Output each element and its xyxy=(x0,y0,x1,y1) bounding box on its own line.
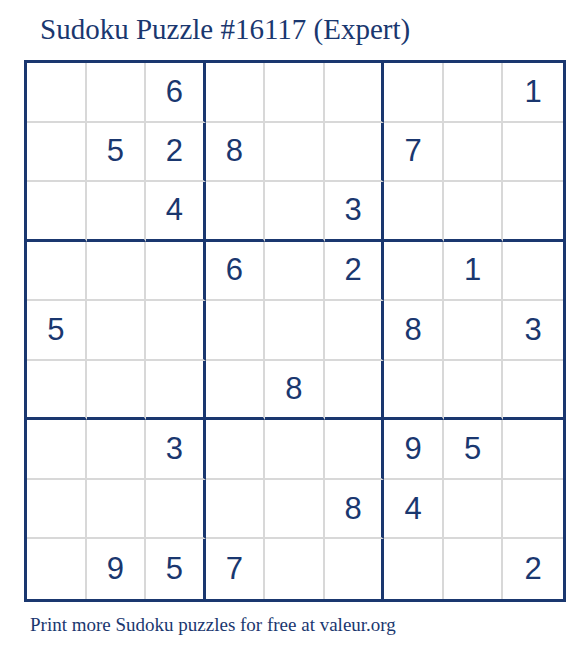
cell-r7c2 xyxy=(87,420,147,480)
cell-r8c7: 4 xyxy=(384,480,444,540)
cell-r9c3: 5 xyxy=(146,539,206,599)
cell-r7c8: 5 xyxy=(444,420,504,480)
cell-r1c2 xyxy=(87,63,147,123)
cell-r2c3: 2 xyxy=(146,123,206,183)
page-title: Sudoku Puzzle #16117 (Expert) xyxy=(40,13,410,46)
cell-r1c8 xyxy=(444,63,504,123)
cell-r4c7 xyxy=(384,242,444,302)
cell-r1c7 xyxy=(384,63,444,123)
cell-r9c7 xyxy=(384,539,444,599)
cell-r8c9 xyxy=(503,480,563,540)
cell-r1c3: 6 xyxy=(146,63,206,123)
cell-r5c9: 3 xyxy=(503,301,563,361)
cell-r8c3 xyxy=(146,480,206,540)
cell-r4c2 xyxy=(87,242,147,302)
cell-r3c8 xyxy=(444,182,504,242)
cell-r9c8 xyxy=(444,539,504,599)
cell-r1c5 xyxy=(265,63,325,123)
cell-r8c2 xyxy=(87,480,147,540)
cell-r3c2 xyxy=(87,182,147,242)
cell-r8c4 xyxy=(206,480,266,540)
cell-r5c8 xyxy=(444,301,504,361)
cell-r1c9: 1 xyxy=(503,63,563,123)
cell-r5c5 xyxy=(265,301,325,361)
cell-r8c8 xyxy=(444,480,504,540)
cell-r9c6 xyxy=(325,539,385,599)
cell-r9c9: 2 xyxy=(503,539,563,599)
cell-r5c6 xyxy=(325,301,385,361)
cell-r9c2: 9 xyxy=(87,539,147,599)
cell-r3c9 xyxy=(503,182,563,242)
cell-r5c4 xyxy=(206,301,266,361)
cell-r6c1 xyxy=(27,361,87,421)
cell-r6c8 xyxy=(444,361,504,421)
cell-r3c4 xyxy=(206,182,266,242)
cell-r9c5 xyxy=(265,539,325,599)
cell-r2c5 xyxy=(265,123,325,183)
cell-r7c1 xyxy=(27,420,87,480)
cell-r6c3 xyxy=(146,361,206,421)
cell-r6c4 xyxy=(206,361,266,421)
cell-r5c1: 5 xyxy=(27,301,87,361)
cell-r6c6 xyxy=(325,361,385,421)
cell-r4c6: 2 xyxy=(325,242,385,302)
cell-r2c4: 8 xyxy=(206,123,266,183)
cell-r9c4: 7 xyxy=(206,539,266,599)
cell-r3c1 xyxy=(27,182,87,242)
cell-r6c2 xyxy=(87,361,147,421)
cell-r4c9 xyxy=(503,242,563,302)
cell-r7c5 xyxy=(265,420,325,480)
cell-r8c6: 8 xyxy=(325,480,385,540)
cell-r1c4 xyxy=(206,63,266,123)
cell-r3c7 xyxy=(384,182,444,242)
cell-r1c6 xyxy=(325,63,385,123)
cell-r8c1 xyxy=(27,480,87,540)
cell-r4c5 xyxy=(265,242,325,302)
cell-r7c4 xyxy=(206,420,266,480)
cell-r3c6: 3 xyxy=(325,182,385,242)
cell-r6c7 xyxy=(384,361,444,421)
cell-r1c1 xyxy=(27,63,87,123)
cell-r3c5 xyxy=(265,182,325,242)
cell-r5c2 xyxy=(87,301,147,361)
cell-r2c7: 7 xyxy=(384,123,444,183)
cell-r5c7: 8 xyxy=(384,301,444,361)
cell-r8c5 xyxy=(265,480,325,540)
cell-r6c9 xyxy=(503,361,563,421)
cell-r7c6 xyxy=(325,420,385,480)
sudoku-grid: 615287436215838395849572 xyxy=(24,60,566,602)
cell-r7c7: 9 xyxy=(384,420,444,480)
cell-r2c8 xyxy=(444,123,504,183)
cell-r2c9 xyxy=(503,123,563,183)
cell-r9c1 xyxy=(27,539,87,599)
footer-text: Print more Sudoku puzzles for free at va… xyxy=(30,614,396,636)
cell-r6c5: 8 xyxy=(265,361,325,421)
cell-r3c3: 4 xyxy=(146,182,206,242)
cell-r4c8: 1 xyxy=(444,242,504,302)
cell-r7c9 xyxy=(503,420,563,480)
cell-r2c1 xyxy=(27,123,87,183)
cell-r5c3 xyxy=(146,301,206,361)
cell-r2c6 xyxy=(325,123,385,183)
cell-r4c1 xyxy=(27,242,87,302)
cell-r4c4: 6 xyxy=(206,242,266,302)
cell-r7c3: 3 xyxy=(146,420,206,480)
cell-r4c3 xyxy=(146,242,206,302)
cell-r2c2: 5 xyxy=(87,123,147,183)
